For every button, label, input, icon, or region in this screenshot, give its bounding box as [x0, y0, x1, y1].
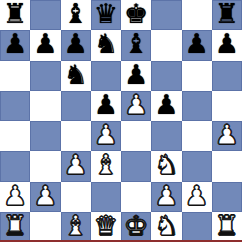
square-h2[interactable]: [212, 182, 242, 212]
square-g4[interactable]: [182, 121, 212, 151]
square-a7[interactable]: ♟: [0, 30, 30, 60]
square-d6[interactable]: [91, 61, 121, 91]
square-f1[interactable]: ♞: [151, 212, 181, 242]
piece-white-pawn[interactable]: ♟: [64, 151, 88, 180]
chess-board-window: ♜♝♛♚♜♟♟♟♞♝♟♟♞♟♟♟♟♟♟♟♝♞♟♟♟♟♜♝♛♚♞♜: [0, 0, 242, 242]
square-c2[interactable]: [61, 182, 91, 212]
square-b6[interactable]: [30, 61, 60, 91]
square-f2[interactable]: ♟: [151, 182, 181, 212]
square-b1[interactable]: [30, 212, 60, 242]
square-f6[interactable]: [151, 61, 181, 91]
square-b4[interactable]: [30, 121, 60, 151]
piece-black-king[interactable]: ♚: [124, 0, 148, 29]
piece-white-pawn[interactable]: ♟: [124, 91, 148, 120]
square-h5[interactable]: [212, 91, 242, 121]
square-a1[interactable]: ♜: [0, 212, 30, 242]
square-a5[interactable]: [0, 91, 30, 121]
square-g3[interactable]: [182, 151, 212, 181]
square-g7[interactable]: ♟: [182, 30, 212, 60]
square-c7[interactable]: ♟: [61, 30, 91, 60]
square-d3[interactable]: ♝: [91, 151, 121, 181]
square-c1[interactable]: ♝: [61, 212, 91, 242]
square-c8[interactable]: ♝: [61, 0, 91, 30]
square-e5[interactable]: ♟: [121, 91, 151, 121]
piece-black-bishop[interactable]: ♝: [124, 30, 148, 59]
piece-black-pawn[interactable]: ♟: [185, 30, 209, 59]
square-f8[interactable]: [151, 0, 181, 30]
piece-black-queen[interactable]: ♛: [94, 0, 118, 29]
square-h4[interactable]: ♟: [212, 121, 242, 151]
square-g1[interactable]: [182, 212, 212, 242]
square-h8[interactable]: ♜: [212, 0, 242, 30]
piece-black-pawn[interactable]: ♟: [33, 30, 57, 59]
piece-black-knight[interactable]: ♞: [64, 61, 88, 90]
square-g8[interactable]: [182, 0, 212, 30]
piece-black-pawn[interactable]: ♟: [3, 30, 27, 59]
square-e1[interactable]: ♚: [121, 212, 151, 242]
piece-white-pawn[interactable]: ♟: [94, 121, 118, 150]
piece-black-pawn[interactable]: ♟: [154, 91, 178, 120]
square-c6[interactable]: ♞: [61, 61, 91, 91]
piece-white-pawn[interactable]: ♟: [33, 182, 57, 211]
piece-white-bishop[interactable]: ♝: [94, 151, 118, 180]
square-f4[interactable]: [151, 121, 181, 151]
piece-white-rook[interactable]: ♜: [3, 212, 27, 241]
square-e8[interactable]: ♚: [121, 0, 151, 30]
square-h3[interactable]: [212, 151, 242, 181]
piece-black-rook[interactable]: ♜: [215, 0, 239, 29]
square-e6[interactable]: ♟: [121, 61, 151, 91]
square-e4[interactable]: [121, 121, 151, 151]
square-b8[interactable]: [30, 0, 60, 30]
piece-black-pawn[interactable]: ♟: [215, 30, 239, 59]
square-d1[interactable]: ♛: [91, 212, 121, 242]
piece-white-pawn[interactable]: ♟: [185, 182, 209, 211]
square-a2[interactable]: ♟: [0, 182, 30, 212]
square-d4[interactable]: ♟: [91, 121, 121, 151]
square-a3[interactable]: [0, 151, 30, 181]
square-f7[interactable]: [151, 30, 181, 60]
square-e3[interactable]: [121, 151, 151, 181]
square-d5[interactable]: ♟: [91, 91, 121, 121]
square-b2[interactable]: ♟: [30, 182, 60, 212]
square-c5[interactable]: [61, 91, 91, 121]
square-f3[interactable]: ♞: [151, 151, 181, 181]
piece-white-pawn[interactable]: ♟: [154, 182, 178, 211]
piece-black-pawn[interactable]: ♟: [64, 30, 88, 59]
square-b7[interactable]: ♟: [30, 30, 60, 60]
piece-black-pawn[interactable]: ♟: [94, 91, 118, 120]
chess-board: ♜♝♛♚♜♟♟♟♞♝♟♟♞♟♟♟♟♟♟♟♝♞♟♟♟♟♜♝♛♚♞♜: [0, 0, 242, 242]
piece-black-bishop[interactable]: ♝: [64, 0, 88, 29]
square-a6[interactable]: [0, 61, 30, 91]
square-d2[interactable]: [91, 182, 121, 212]
square-e7[interactable]: ♝: [121, 30, 151, 60]
piece-white-knight[interactable]: ♞: [154, 212, 178, 241]
square-g6[interactable]: [182, 61, 212, 91]
square-d7[interactable]: ♞: [91, 30, 121, 60]
square-b3[interactable]: [30, 151, 60, 181]
piece-white-rook[interactable]: ♜: [215, 212, 239, 241]
piece-black-pawn[interactable]: ♟: [124, 61, 148, 90]
square-g2[interactable]: ♟: [182, 182, 212, 212]
square-h1[interactable]: ♜: [212, 212, 242, 242]
piece-white-queen[interactable]: ♛: [94, 212, 118, 241]
square-c4[interactable]: [61, 121, 91, 151]
piece-white-pawn[interactable]: ♟: [3, 182, 27, 211]
square-d8[interactable]: ♛: [91, 0, 121, 30]
piece-white-knight[interactable]: ♞: [154, 151, 178, 180]
piece-white-king[interactable]: ♚: [124, 212, 148, 241]
square-f5[interactable]: ♟: [151, 91, 181, 121]
square-a4[interactable]: [0, 121, 30, 151]
square-c3[interactable]: ♟: [61, 151, 91, 181]
piece-black-rook[interactable]: ♜: [3, 0, 27, 29]
square-a8[interactable]: ♜: [0, 0, 30, 30]
piece-white-pawn[interactable]: ♟: [215, 121, 239, 150]
piece-white-bishop[interactable]: ♝: [64, 212, 88, 241]
square-h6[interactable]: [212, 61, 242, 91]
square-e2[interactable]: [121, 182, 151, 212]
square-h7[interactable]: ♟: [212, 30, 242, 60]
square-g5[interactable]: [182, 91, 212, 121]
piece-black-knight[interactable]: ♞: [94, 30, 118, 59]
square-b5[interactable]: [30, 91, 60, 121]
